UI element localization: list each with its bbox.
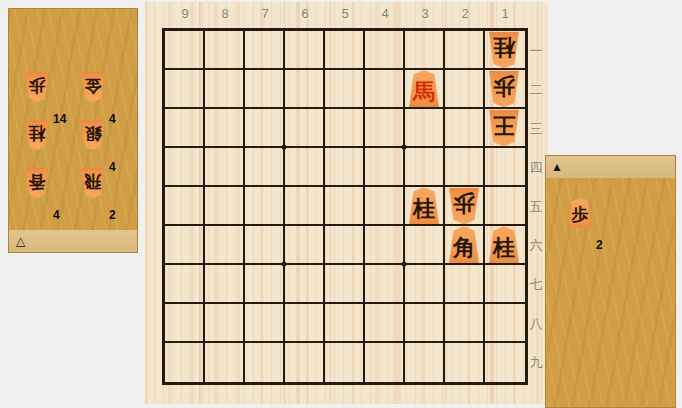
hand-piece-shape: 銀 bbox=[80, 120, 106, 150]
square-7四[interactable] bbox=[245, 148, 285, 187]
square-9五[interactable] bbox=[165, 187, 205, 226]
gote-hand-香[interactable]: 香4 bbox=[24, 168, 80, 216]
square-5四[interactable] bbox=[325, 148, 365, 187]
square-3一[interactable] bbox=[405, 31, 445, 70]
square-8三[interactable] bbox=[205, 109, 245, 148]
file-label-1: 1 bbox=[485, 6, 525, 21]
file-label-6: 6 bbox=[285, 6, 325, 21]
piece-glyph: 桂 bbox=[493, 37, 515, 59]
piece-glyph: 王 bbox=[493, 115, 515, 137]
square-5二[interactable] bbox=[325, 70, 365, 109]
square-4一[interactable] bbox=[365, 31, 405, 70]
hand-count: 4 bbox=[109, 160, 116, 174]
square-1四[interactable] bbox=[485, 148, 525, 187]
square-4四[interactable] bbox=[365, 148, 405, 187]
square-1七[interactable] bbox=[485, 265, 525, 304]
sente-marker: ▲ bbox=[551, 161, 563, 173]
rank-label-一: 一 bbox=[526, 31, 546, 70]
square-9一[interactable] bbox=[165, 31, 205, 70]
square-3七[interactable] bbox=[405, 265, 445, 304]
square-9七[interactable] bbox=[165, 265, 205, 304]
hand-piece-shape: 桂 bbox=[24, 120, 50, 150]
square-3三[interactable] bbox=[405, 109, 445, 148]
square-2八[interactable] bbox=[445, 304, 485, 343]
gote-hand-桂[interactable]: 桂 bbox=[24, 120, 80, 168]
hand-count: 14 bbox=[53, 112, 66, 126]
piece-glyph: 香 bbox=[29, 173, 46, 190]
rank-label-三: 三 bbox=[526, 109, 546, 148]
gote-hand-飛[interactable]: 飛2 bbox=[80, 168, 136, 216]
piece-glyph: 歩 bbox=[572, 206, 589, 223]
file-label-4: 4 bbox=[365, 6, 405, 21]
square-4二[interactable] bbox=[365, 70, 405, 109]
square-8九[interactable] bbox=[205, 343, 245, 382]
square-3四[interactable] bbox=[405, 148, 445, 187]
square-8二[interactable] bbox=[205, 70, 245, 109]
piece-glyph: 銀 bbox=[85, 125, 102, 142]
square-1八[interactable] bbox=[485, 304, 525, 343]
hoshi-dot bbox=[282, 145, 287, 150]
rank-label-五: 五 bbox=[526, 187, 546, 226]
square-7七[interactable] bbox=[245, 265, 285, 304]
square-4九[interactable] bbox=[365, 343, 405, 382]
sente-hand-歩[interactable]: 歩2 bbox=[567, 198, 623, 246]
square-7三[interactable] bbox=[245, 109, 285, 148]
square-4五[interactable] bbox=[365, 187, 405, 226]
shogi-board: 987654321 一二三四五六七八九 桂馬歩王桂歩角桂 bbox=[145, 2, 548, 404]
square-5九[interactable] bbox=[325, 343, 365, 382]
gote-hand-金[interactable]: 金4 bbox=[80, 72, 136, 120]
file-label-9: 9 bbox=[165, 6, 205, 21]
hand-piece-shape: 金 bbox=[80, 72, 106, 102]
square-2三[interactable] bbox=[445, 109, 485, 148]
square-5七[interactable] bbox=[325, 265, 365, 304]
square-2二[interactable] bbox=[445, 70, 485, 109]
square-5五[interactable] bbox=[325, 187, 365, 226]
piece-glyph: 歩 bbox=[29, 77, 46, 94]
square-8一[interactable] bbox=[205, 31, 245, 70]
file-label-7: 7 bbox=[245, 6, 285, 21]
rank-label-八: 八 bbox=[526, 304, 546, 343]
piece-glyph: 桂 bbox=[493, 236, 515, 258]
square-9四[interactable] bbox=[165, 148, 205, 187]
square-5三[interactable] bbox=[325, 109, 365, 148]
square-8五[interactable] bbox=[205, 187, 245, 226]
hoshi-dot bbox=[402, 145, 407, 150]
square-6八[interactable] bbox=[285, 304, 325, 343]
square-6三[interactable] bbox=[285, 109, 325, 148]
hand-piece-shape: 香 bbox=[24, 168, 50, 198]
piece-glyph: 歩 bbox=[453, 193, 475, 215]
square-9二[interactable] bbox=[165, 70, 205, 109]
square-7一[interactable] bbox=[245, 31, 285, 70]
square-6七[interactable] bbox=[285, 265, 325, 304]
sente-hand: 歩2 bbox=[567, 198, 623, 246]
square-4三[interactable] bbox=[365, 109, 405, 148]
gote-captured-tray: 歩14金4桂銀4香4飛2 △ bbox=[8, 8, 138, 253]
square-7六[interactable] bbox=[245, 226, 285, 265]
square-6二[interactable] bbox=[285, 70, 325, 109]
square-1九[interactable] bbox=[485, 343, 525, 382]
square-8四[interactable] bbox=[205, 148, 245, 187]
piece-glyph: 飛 bbox=[85, 173, 102, 190]
square-9六[interactable] bbox=[165, 226, 205, 265]
square-2一[interactable] bbox=[445, 31, 485, 70]
hand-piece-shape: 歩 bbox=[567, 198, 593, 228]
square-8八[interactable] bbox=[205, 304, 245, 343]
piece-glyph: 桂 bbox=[413, 197, 435, 219]
square-6六[interactable] bbox=[285, 226, 325, 265]
rank-label-六: 六 bbox=[526, 226, 546, 265]
rank-label-九: 九 bbox=[526, 343, 546, 382]
piece-glyph: 歩 bbox=[493, 76, 515, 98]
piece-glyph: 角 bbox=[453, 236, 475, 258]
hand-count: 2 bbox=[596, 238, 603, 252]
square-8六[interactable] bbox=[205, 226, 245, 265]
gote-hand: 歩14金4桂銀4香4飛2 bbox=[24, 72, 136, 216]
rank-label-七: 七 bbox=[526, 265, 546, 304]
sente-captured-tray: ▲ 歩2 bbox=[545, 155, 676, 408]
file-label-8: 8 bbox=[205, 6, 245, 21]
square-7五[interactable] bbox=[245, 187, 285, 226]
piece-glyph: 金 bbox=[85, 77, 102, 94]
square-5八[interactable] bbox=[325, 304, 365, 343]
file-label-3: 3 bbox=[405, 6, 445, 21]
gote-tray-band: △ bbox=[9, 230, 137, 252]
square-7九[interactable] bbox=[245, 343, 285, 382]
square-9八[interactable] bbox=[165, 304, 205, 343]
square-4七[interactable] bbox=[365, 265, 405, 304]
square-3九[interactable] bbox=[405, 343, 445, 382]
hand-count: 2 bbox=[109, 208, 116, 222]
shogi-diagram: { "game": "shogi", "diagram_type": "tsum… bbox=[0, 0, 682, 408]
square-3八[interactable] bbox=[405, 304, 445, 343]
square-1五[interactable] bbox=[485, 187, 525, 226]
file-label-2: 2 bbox=[445, 6, 485, 21]
square-6一[interactable] bbox=[285, 31, 325, 70]
square-4八[interactable] bbox=[365, 304, 405, 343]
square-2七[interactable] bbox=[445, 265, 485, 304]
hand-count: 4 bbox=[109, 112, 116, 126]
square-8七[interactable] bbox=[205, 265, 245, 304]
piece-glyph: 桂 bbox=[29, 125, 46, 142]
square-2四[interactable] bbox=[445, 148, 485, 187]
square-4六[interactable] bbox=[365, 226, 405, 265]
square-6五[interactable] bbox=[285, 187, 325, 226]
square-9三[interactable] bbox=[165, 109, 205, 148]
square-5六[interactable] bbox=[325, 226, 365, 265]
hand-piece-shape: 歩 bbox=[24, 72, 50, 102]
hoshi-dot bbox=[282, 262, 287, 267]
gote-hand-銀[interactable]: 銀4 bbox=[80, 120, 136, 168]
rank-label-二: 二 bbox=[526, 70, 546, 109]
square-9九[interactable] bbox=[165, 343, 205, 382]
hand-count: 4 bbox=[53, 208, 60, 222]
square-6四[interactable] bbox=[285, 148, 325, 187]
square-7八[interactable] bbox=[245, 304, 285, 343]
square-7二[interactable] bbox=[245, 70, 285, 109]
hand-piece-shape: 飛 bbox=[80, 168, 106, 198]
square-5一[interactable] bbox=[325, 31, 365, 70]
rank-label-四: 四 bbox=[526, 148, 546, 187]
gote-marker: △ bbox=[16, 235, 25, 247]
piece-glyph: 馬 bbox=[413, 80, 435, 102]
square-3六[interactable] bbox=[405, 226, 445, 265]
square-2九[interactable] bbox=[445, 343, 485, 382]
gote-hand-歩[interactable]: 歩14 bbox=[24, 72, 80, 120]
hoshi-dot bbox=[402, 262, 407, 267]
square-6九[interactable] bbox=[285, 343, 325, 382]
file-label-5: 5 bbox=[325, 6, 365, 21]
sente-tray-band: ▲ bbox=[546, 156, 675, 178]
